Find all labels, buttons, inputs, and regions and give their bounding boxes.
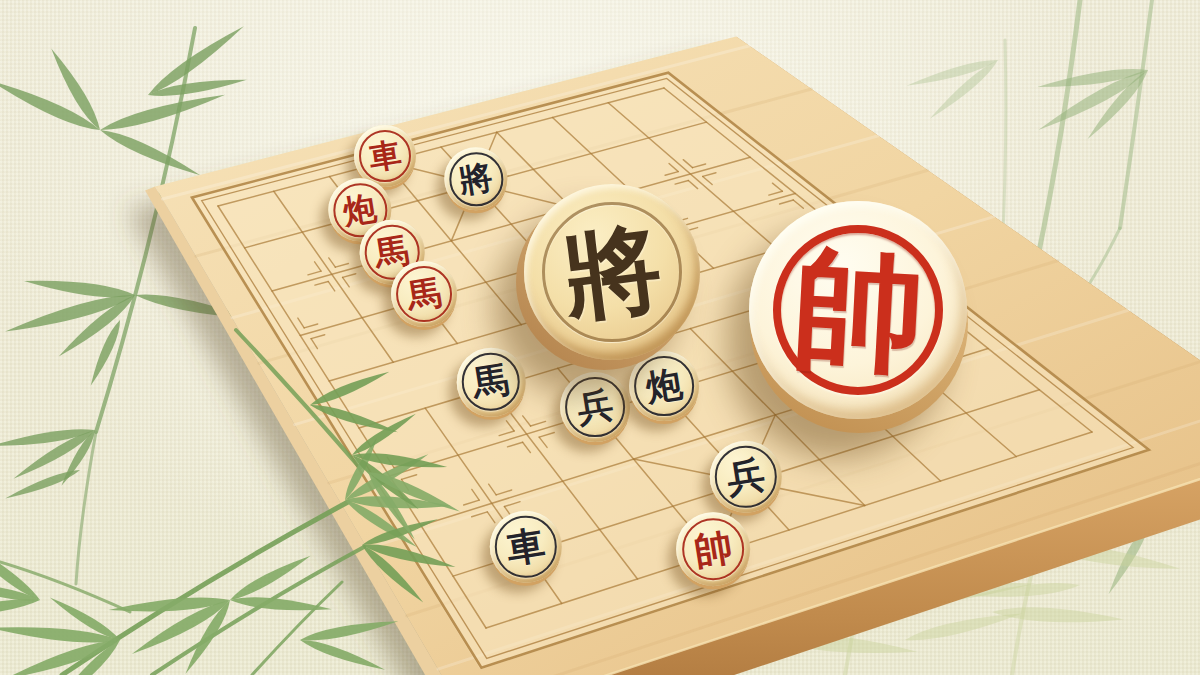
piece-glyph: 馬 — [470, 361, 511, 402]
piece-red-horse[interactable]: 馬 — [391, 261, 457, 327]
piece-glyph: 帥 — [691, 527, 734, 570]
piece-black-soldier[interactable]: 兵 — [560, 372, 630, 442]
featured-piece-red-general: 帥 — [749, 201, 967, 419]
piece-glyph: 兵 — [574, 386, 615, 427]
piece-face: 帥 — [749, 201, 967, 419]
piece-glyph: 炮 — [341, 191, 379, 229]
piece-glyph: 兵 — [724, 455, 767, 498]
piece-face: 將 — [524, 184, 700, 360]
piece-glyph: 炮 — [643, 365, 684, 406]
scene: 將 帥 車炮將馬馬馬兵炮兵車帥 — [0, 0, 1200, 675]
piece-glyph: 車 — [367, 138, 404, 175]
piece-glyph: 馬 — [405, 275, 444, 314]
featured-piece-black-general: 將 — [524, 184, 700, 360]
piece-glyph: 將 — [558, 218, 666, 326]
piece-black-horse[interactable]: 馬 — [457, 348, 526, 417]
piece-glyph: 車 — [504, 525, 547, 568]
piece-glyph: 帥 — [789, 241, 927, 379]
piece-red-general[interactable]: 帥 — [676, 512, 750, 586]
piece-glyph: 將 — [457, 160, 495, 198]
